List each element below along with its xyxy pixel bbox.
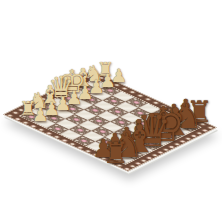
piece-white-pawn: ♟ xyxy=(32,106,48,124)
chess-set-photo: ♜♞♝♛♚♝♞♜♟♟♟♟♟♟♟♟♟♟♟♟♟♟♟♟♜♞♝♛♚♝♞♜ xyxy=(0,0,222,222)
piece-black-rook: ♜ xyxy=(102,138,129,168)
pieces-layer: ♜♞♝♛♚♝♞♜♟♟♟♟♟♟♟♟♟♟♟♟♟♟♟♟♜♞♝♛♚♝♞♜ xyxy=(0,0,222,222)
